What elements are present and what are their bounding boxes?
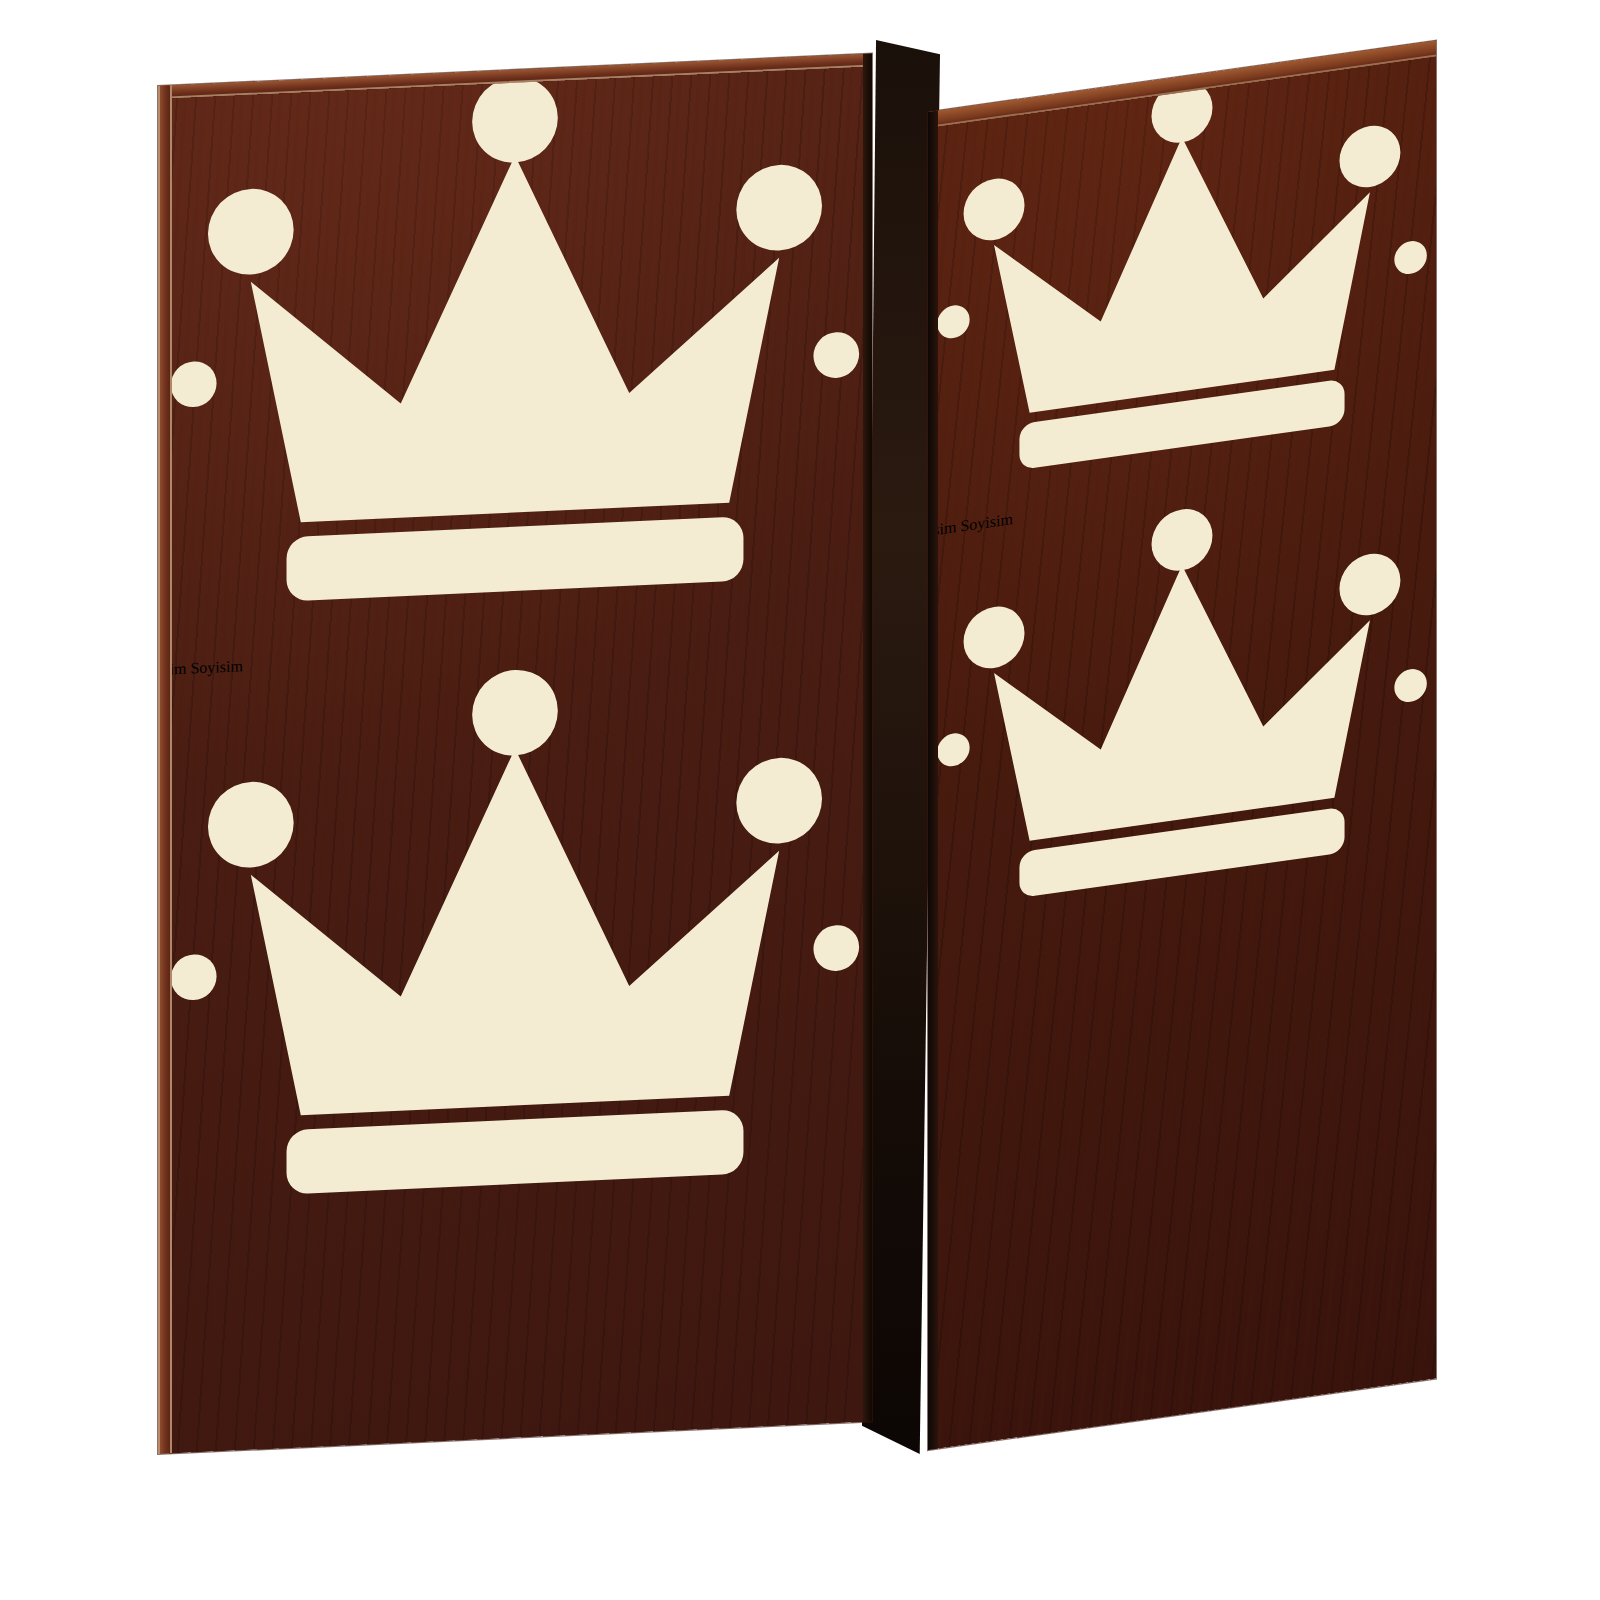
dark-checkers-stack-1 <box>0 0 110 205</box>
left-panel-side-bevel <box>158 85 172 1454</box>
dark-checker-disc <box>0 0 106 1</box>
backgammon-checkers-board-product-photo: İsim Soyisim İsim Soyisi <box>0 0 1600 1600</box>
dark-checkers-stack-3 <box>0 437 110 703</box>
dark-checkers-stack-2 <box>0 204 108 438</box>
left-board-panel: İsim Soyisim <box>158 54 872 1454</box>
dark-checker-disc <box>0 0 106 1</box>
light-checkers-stack-1 <box>0 702 108 936</box>
stack-shadow <box>0 0 106 1</box>
crown-icon <box>928 469 1436 951</box>
crown-icon <box>158 647 872 1255</box>
light-checkers-stack-2 <box>0 935 110 1171</box>
die-on-dark-stacks-face-6 <box>0 1403 53 1457</box>
light-checkers-stack-3 <box>0 1168 112 1406</box>
left-panel-fold-edge <box>863 54 872 1422</box>
crown-icon <box>158 54 872 662</box>
dark-checker-disc <box>0 0 106 1</box>
die-on-light-stacks-face-5 <box>0 1455 49 1505</box>
right-board-panel: İsim Soyisim <box>928 41 1436 1450</box>
dark-checker-disc <box>0 0 106 1</box>
dark-checker-disc <box>0 0 106 1</box>
dark-checker-top-face <box>0 0 106 1</box>
right-panel-fold-edge <box>928 111 938 1450</box>
dark-checker-disc <box>0 0 106 1</box>
